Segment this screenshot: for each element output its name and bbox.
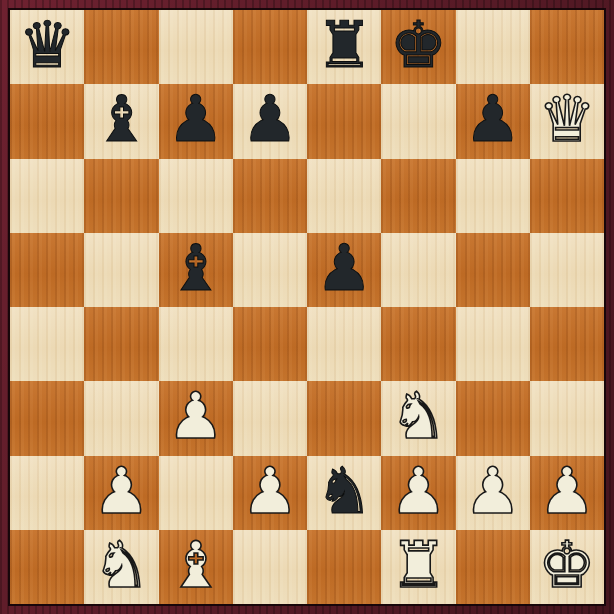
square-e1[interactable] — [307, 530, 381, 604]
square-f2[interactable]: ♟ — [381, 456, 455, 530]
piece-black-pawn[interactable]: ♟ — [464, 84, 521, 156]
square-e8[interactable]: ♜ — [307, 10, 381, 84]
piece-black-knight[interactable]: ♞ — [315, 456, 372, 528]
square-d4[interactable] — [233, 307, 307, 381]
square-g8[interactable] — [456, 10, 530, 84]
square-e6[interactable] — [307, 159, 381, 233]
square-d8[interactable] — [233, 10, 307, 84]
square-d1[interactable] — [233, 530, 307, 604]
chess-board: ♛♜♚♝♟♟♟♛♝♟♟♞♟♟♞♟♟♟♞♝♜♚ — [10, 10, 604, 604]
square-g1[interactable] — [456, 530, 530, 604]
square-h2[interactable]: ♟ — [530, 456, 604, 530]
square-h6[interactable] — [530, 159, 604, 233]
square-a5[interactable] — [10, 233, 84, 307]
square-d7[interactable]: ♟ — [233, 84, 307, 158]
square-a8[interactable]: ♛ — [10, 10, 84, 84]
square-b2[interactable]: ♟ — [84, 456, 158, 530]
square-c1[interactable]: ♝ — [159, 530, 233, 604]
square-b1[interactable]: ♞ — [84, 530, 158, 604]
square-a6[interactable] — [10, 159, 84, 233]
square-g2[interactable]: ♟ — [456, 456, 530, 530]
square-b6[interactable] — [84, 159, 158, 233]
square-f8[interactable]: ♚ — [381, 10, 455, 84]
piece-black-pawn[interactable]: ♟ — [167, 84, 224, 156]
square-a1[interactable] — [10, 530, 84, 604]
piece-black-rook[interactable]: ♜ — [315, 10, 372, 82]
square-f1[interactable]: ♜ — [381, 530, 455, 604]
square-c3[interactable]: ♟ — [159, 381, 233, 455]
square-b8[interactable] — [84, 10, 158, 84]
piece-white-bishop[interactable]: ♝ — [167, 530, 224, 602]
piece-black-bishop[interactable]: ♝ — [93, 84, 150, 156]
square-e5[interactable]: ♟ — [307, 233, 381, 307]
square-b3[interactable] — [84, 381, 158, 455]
square-d6[interactable] — [233, 159, 307, 233]
square-e2[interactable]: ♞ — [307, 456, 381, 530]
square-d5[interactable] — [233, 233, 307, 307]
square-c8[interactable] — [159, 10, 233, 84]
piece-black-bishop[interactable]: ♝ — [167, 233, 224, 305]
square-h7[interactable]: ♛ — [530, 84, 604, 158]
piece-white-pawn[interactable]: ♟ — [167, 381, 224, 453]
square-b4[interactable] — [84, 307, 158, 381]
square-h4[interactable] — [530, 307, 604, 381]
square-c5[interactable]: ♝ — [159, 233, 233, 307]
square-a2[interactable] — [10, 456, 84, 530]
piece-white-queen[interactable]: ♛ — [538, 84, 595, 156]
piece-white-pawn[interactable]: ♟ — [241, 456, 298, 528]
square-g7[interactable]: ♟ — [456, 84, 530, 158]
square-e7[interactable] — [307, 84, 381, 158]
square-a3[interactable] — [10, 381, 84, 455]
square-f7[interactable] — [381, 84, 455, 158]
board-frame: ♛♜♚♝♟♟♟♛♝♟♟♞♟♟♞♟♟♟♞♝♜♚ — [0, 0, 614, 614]
square-h1[interactable]: ♚ — [530, 530, 604, 604]
square-f6[interactable] — [381, 159, 455, 233]
screenshot: ♛♜♚♝♟♟♟♛♝♟♟♞♟♟♞♟♟♟♞♝♜♚ — [0, 0, 614, 614]
square-d2[interactable]: ♟ — [233, 456, 307, 530]
piece-white-pawn[interactable]: ♟ — [93, 456, 150, 528]
square-c2[interactable] — [159, 456, 233, 530]
square-b7[interactable]: ♝ — [84, 84, 158, 158]
piece-white-rook[interactable]: ♜ — [390, 530, 447, 602]
piece-white-king[interactable]: ♚ — [538, 530, 595, 602]
square-g6[interactable] — [456, 159, 530, 233]
square-g3[interactable] — [456, 381, 530, 455]
square-h5[interactable] — [530, 233, 604, 307]
piece-white-pawn[interactable]: ♟ — [538, 456, 595, 528]
square-b5[interactable] — [84, 233, 158, 307]
square-e4[interactable] — [307, 307, 381, 381]
piece-black-pawn[interactable]: ♟ — [241, 84, 298, 156]
piece-white-pawn[interactable]: ♟ — [390, 456, 447, 528]
piece-black-pawn[interactable]: ♟ — [315, 233, 372, 305]
square-e3[interactable] — [307, 381, 381, 455]
square-d3[interactable] — [233, 381, 307, 455]
square-g5[interactable] — [456, 233, 530, 307]
piece-black-king[interactable]: ♚ — [390, 10, 447, 82]
square-c4[interactable] — [159, 307, 233, 381]
piece-white-pawn[interactable]: ♟ — [464, 456, 521, 528]
square-f5[interactable] — [381, 233, 455, 307]
square-g4[interactable] — [456, 307, 530, 381]
piece-black-queen[interactable]: ♛ — [18, 10, 75, 82]
square-a4[interactable] — [10, 307, 84, 381]
piece-white-knight[interactable]: ♞ — [390, 381, 447, 453]
square-h3[interactable] — [530, 381, 604, 455]
square-f4[interactable] — [381, 307, 455, 381]
piece-white-knight[interactable]: ♞ — [93, 530, 150, 602]
square-c6[interactable] — [159, 159, 233, 233]
square-a7[interactable] — [10, 84, 84, 158]
square-f3[interactable]: ♞ — [381, 381, 455, 455]
square-h8[interactable] — [530, 10, 604, 84]
square-c7[interactable]: ♟ — [159, 84, 233, 158]
